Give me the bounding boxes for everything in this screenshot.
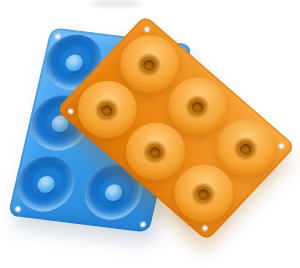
hanging-hole [54, 33, 60, 39]
hanging-hole [278, 142, 285, 149]
hanging-hole [143, 25, 150, 32]
photo-stage [0, 0, 300, 268]
hanging-hole [15, 206, 21, 212]
donut-cavity-5 [12, 153, 80, 215]
hanging-hole [67, 107, 74, 114]
watermark-smudge [90, 0, 142, 7]
cavity-center-post [103, 183, 124, 202]
cavity-center-post [63, 53, 84, 72]
hanging-hole [201, 224, 208, 231]
hanging-hole [140, 221, 146, 227]
cavity-center-post [35, 174, 56, 193]
